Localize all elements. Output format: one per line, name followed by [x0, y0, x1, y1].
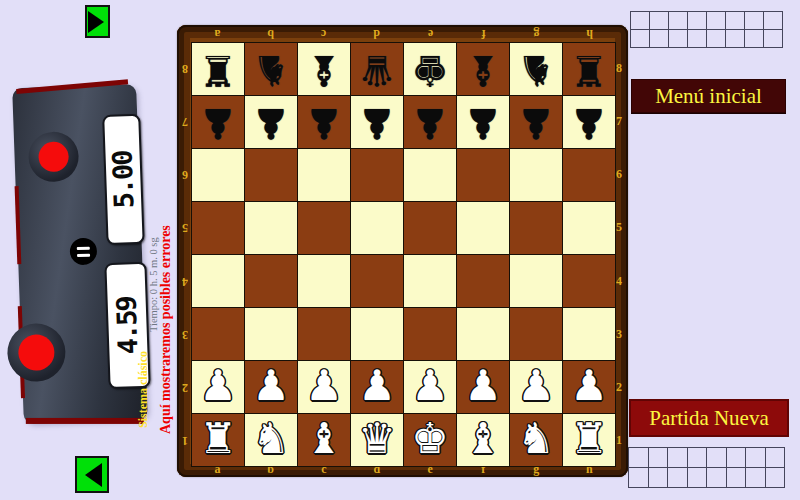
square-a7[interactable]: ♟ [192, 96, 244, 148]
tray-cell [631, 12, 650, 30]
menu-inicial-label: Menú inicial [655, 84, 762, 109]
square-h7[interactable]: ♟ [563, 96, 615, 148]
white-pawn: ♟ [192, 361, 244, 413]
tray-cell [746, 468, 766, 488]
white-pawn: ♟ [563, 361, 615, 413]
tray-cell [669, 12, 688, 30]
white-rook: ♜ [192, 414, 244, 466]
square-b7[interactable]: ♟ [245, 96, 297, 148]
black-pawn: ♟ [457, 96, 509, 148]
white-bishop: ♝ [298, 414, 350, 466]
black-pawn: ♟ [563, 96, 615, 148]
square-b4[interactable] [245, 255, 297, 307]
tray-cell [707, 30, 726, 48]
square-c1[interactable]: ♝ [298, 414, 350, 466]
menu-inicial-button[interactable]: Menú inicial [631, 79, 786, 113]
tray-cell [746, 448, 766, 468]
black-queen: ♛ [351, 43, 403, 95]
tray-cell [688, 30, 707, 48]
square-h8[interactable]: ♜ [563, 43, 615, 95]
white-rook: ♜ [563, 414, 615, 466]
rank-labels-left: 87654321 [179, 42, 191, 467]
tray-cell [650, 12, 669, 30]
square-a2[interactable]: ♟ [192, 361, 244, 413]
tray-cell [766, 468, 786, 488]
tray-cell [688, 468, 708, 488]
white-clock-button[interactable] [6, 323, 66, 383]
tray-cell [649, 448, 669, 468]
square-e1[interactable]: ♚ [404, 414, 456, 466]
square-f7[interactable]: ♟ [457, 96, 509, 148]
tray-cell [766, 448, 786, 468]
black-pawn: ♟ [510, 96, 562, 148]
square-c3[interactable] [298, 308, 350, 360]
file-labels-top: abcdefgh [191, 27, 616, 41]
white-pawn: ♟ [457, 361, 509, 413]
square-e7[interactable]: ♟ [404, 96, 456, 148]
rank-label-1: 1 [179, 414, 191, 467]
rank-label-6: 6 [179, 148, 191, 201]
file-label-e: e [404, 27, 457, 41]
black-pawn: ♟ [245, 96, 297, 148]
black-king: ♚ [404, 43, 456, 95]
file-label-f: f [457, 27, 510, 41]
white-pawn: ♟ [351, 361, 403, 413]
play-left-icon [85, 463, 102, 487]
square-b5[interactable] [245, 202, 297, 254]
white-pawn: ♟ [298, 361, 350, 413]
tray-cell [707, 468, 727, 488]
chess-board: abcdefgh abcdefgh 87654321 87654321 ♜♞♝♛… [177, 25, 628, 477]
square-f6[interactable] [457, 149, 509, 201]
square-b8[interactable]: ♞ [245, 43, 297, 95]
partida-nueva-label: Partida Nueva [649, 406, 769, 431]
black-time-display: 5.00 [102, 114, 145, 245]
square-h6[interactable] [563, 149, 615, 201]
tray-cell [745, 30, 764, 48]
square-h2[interactable]: ♟ [563, 361, 615, 413]
black-bishop: ♝ [298, 43, 350, 95]
rank-label-8: 8 [179, 42, 191, 95]
clock-edge-stripe [16, 79, 128, 94]
rank-label-5: 5 [179, 201, 191, 254]
square-b1[interactable]: ♞ [245, 414, 297, 466]
black-bishop: ♝ [457, 43, 509, 95]
square-d2[interactable]: ♟ [351, 361, 403, 413]
file-label-a: a [191, 27, 244, 41]
file-label-d: d [350, 27, 403, 41]
tray-cell [669, 30, 688, 48]
app-window: 5.00 4.59 Sistema clásico Tiempo: 0 h. 5… [0, 0, 800, 500]
square-h1[interactable]: ♜ [563, 414, 615, 466]
error-message-banner: Aquí mostraremos posibles errores [158, 225, 174, 434]
black-clock-button[interactable] [28, 131, 80, 183]
square-d4[interactable] [351, 255, 403, 307]
tray-cell [629, 468, 649, 488]
square-e3[interactable] [404, 308, 456, 360]
captured-pieces-tray-bottom [628, 447, 785, 488]
tray-cell [764, 30, 783, 48]
file-label-h: h [563, 27, 616, 41]
square-f8[interactable]: ♝ [457, 43, 509, 95]
rank-label-7: 7 [179, 95, 191, 148]
white-king: ♚ [404, 414, 456, 466]
pause-icon[interactable] [69, 237, 97, 265]
white-pawn: ♟ [510, 361, 562, 413]
square-a6[interactable] [192, 149, 244, 201]
back-button[interactable] [75, 456, 109, 493]
black-rook: ♜ [192, 43, 244, 95]
file-label-b: b [244, 27, 297, 41]
clock-edge-stripe [26, 418, 144, 424]
tray-cell [650, 30, 669, 48]
rank-label-4: 4 [179, 255, 191, 308]
square-e5[interactable] [404, 202, 456, 254]
square-c5[interactable] [298, 202, 350, 254]
tray-cell [727, 448, 747, 468]
square-g6[interactable] [510, 149, 562, 201]
forward-button[interactable] [85, 5, 110, 38]
captured-pieces-tray-top [630, 11, 783, 48]
clock-edge-stripe [15, 186, 22, 264]
tray-cell [745, 12, 764, 30]
white-knight: ♞ [510, 414, 562, 466]
tray-cell [727, 468, 747, 488]
square-c8[interactable]: ♝ [298, 43, 350, 95]
white-pawn: ♟ [245, 361, 297, 413]
clock-system-label: Sistema clásico [136, 351, 151, 428]
tray-cell [688, 12, 707, 30]
square-h4[interactable] [563, 255, 615, 307]
square-g7[interactable]: ♟ [510, 96, 562, 148]
tray-cell [631, 30, 650, 48]
square-b2[interactable]: ♟ [245, 361, 297, 413]
tray-cell [726, 12, 745, 30]
square-a1[interactable]: ♜ [192, 414, 244, 466]
square-h3[interactable] [563, 308, 615, 360]
square-e4[interactable] [404, 255, 456, 307]
black-knight: ♞ [510, 43, 562, 95]
rank-label-2: 2 [179, 361, 191, 414]
square-d8[interactable]: ♛ [351, 43, 403, 95]
square-e2[interactable]: ♟ [404, 361, 456, 413]
black-pawn: ♟ [192, 96, 244, 148]
black-rook: ♜ [563, 43, 615, 95]
tray-cell [668, 468, 688, 488]
square-b6[interactable] [245, 149, 297, 201]
tray-cell [688, 448, 708, 468]
square-g1[interactable]: ♞ [510, 414, 562, 466]
square-f5[interactable] [457, 202, 509, 254]
square-f2[interactable]: ♟ [457, 361, 509, 413]
tray-cell [707, 12, 726, 30]
rank-label-3: 3 [179, 308, 191, 361]
red-button-icon [38, 141, 69, 172]
tray-cell [726, 30, 745, 48]
white-queen: ♛ [351, 414, 403, 466]
square-f4[interactable] [457, 255, 509, 307]
tray-cell [649, 468, 669, 488]
square-a5[interactable] [192, 202, 244, 254]
square-g4[interactable] [510, 255, 562, 307]
square-f1[interactable]: ♝ [457, 414, 509, 466]
square-c6[interactable] [298, 149, 350, 201]
square-a3[interactable] [192, 308, 244, 360]
square-c2[interactable]: ♟ [298, 361, 350, 413]
file-label-c: c [297, 27, 350, 41]
square-g3[interactable] [510, 308, 562, 360]
white-bishop: ♝ [457, 414, 509, 466]
tray-cell [668, 448, 688, 468]
square-g2[interactable]: ♟ [510, 361, 562, 413]
black-pawn: ♟ [404, 96, 456, 148]
tray-cell [764, 12, 783, 30]
white-knight: ♞ [245, 414, 297, 466]
file-label-g: g [510, 27, 563, 41]
square-c7[interactable]: ♟ [298, 96, 350, 148]
tray-cell [629, 448, 649, 468]
red-button-icon [18, 334, 55, 371]
square-g5[interactable] [510, 202, 562, 254]
square-g8[interactable]: ♞ [510, 43, 562, 95]
square-e6[interactable] [404, 149, 456, 201]
tray-cell [707, 448, 727, 468]
play-right-icon [88, 11, 104, 33]
partida-nueva-button[interactable]: Partida Nueva [629, 399, 789, 437]
square-d3[interactable] [351, 308, 403, 360]
square-d1[interactable]: ♛ [351, 414, 403, 466]
square-f3[interactable] [457, 308, 509, 360]
clock-body: 5.00 4.59 [12, 84, 148, 424]
square-d5[interactable] [351, 202, 403, 254]
square-a4[interactable] [192, 255, 244, 307]
white-time-value: 4.59 [111, 296, 144, 354]
square-b3[interactable] [245, 308, 297, 360]
white-pawn: ♟ [404, 361, 456, 413]
square-d6[interactable] [351, 149, 403, 201]
board-squares: ♜♞♝♛♚♝♞♜♟♟♟♟♟♟♟♟♟♟♟♟♟♟♟♟♜♞♝♛♚♝♞♜ [191, 42, 616, 467]
square-a8[interactable]: ♜ [192, 43, 244, 95]
square-d7[interactable]: ♟ [351, 96, 403, 148]
black-pawn: ♟ [351, 96, 403, 148]
black-time-value: 5.00 [107, 150, 140, 208]
square-h5[interactable] [563, 202, 615, 254]
black-pawn: ♟ [298, 96, 350, 148]
square-e8[interactable]: ♚ [404, 43, 456, 95]
square-c4[interactable] [298, 255, 350, 307]
black-knight: ♞ [245, 43, 297, 95]
